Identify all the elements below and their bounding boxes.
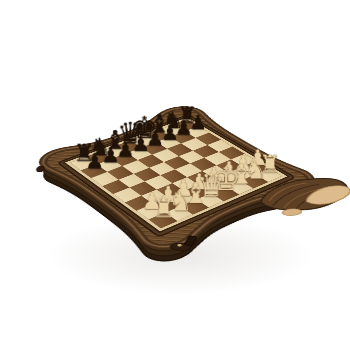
chess-set: ♜♞♝♛♚♝♞♜♟♟♟♟♟♟♟♟♟♟♟♟♟♟♟♟♜♞♝♛♚♝♞♜ xyxy=(10,94,346,268)
square-h1: ♜ xyxy=(255,168,282,182)
product-photo: ♜♞♝♛♚♝♞♜♟♟♟♟♟♟♟♟♟♟♟♟♟♟♟♟♜♞♝♛♚♝♞♜ xyxy=(0,0,350,350)
scene: ♜♞♝♛♚♝♞♜♟♟♟♟♟♟♟♟♟♟♟♟♟♟♟♟♜♞♝♛♚♝♞♜ xyxy=(0,0,350,350)
square-h2: ♟ xyxy=(243,161,270,174)
square-g7: ♟ xyxy=(170,131,195,143)
